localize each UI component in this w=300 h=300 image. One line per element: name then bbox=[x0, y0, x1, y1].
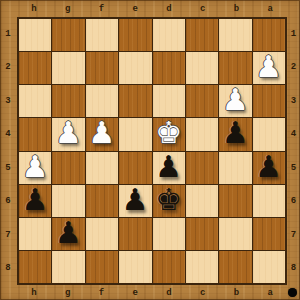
square-b2[interactable] bbox=[219, 52, 251, 84]
file-label-bottom-f: f bbox=[85, 288, 119, 298]
square-g2[interactable] bbox=[52, 52, 84, 84]
file-label-bottom-c: c bbox=[186, 288, 220, 298]
square-g7[interactable]: ♟ bbox=[52, 218, 84, 250]
rank-label-right-8: 8 bbox=[288, 252, 299, 286]
square-e5[interactable] bbox=[119, 152, 151, 184]
square-e4[interactable] bbox=[119, 118, 151, 150]
square-g6[interactable] bbox=[52, 185, 84, 217]
square-c2[interactable] bbox=[186, 52, 218, 84]
square-h4[interactable] bbox=[19, 118, 51, 150]
chess-board: ♟♟♟♟♚♟♟♟♟♟♟♚♟ bbox=[17, 17, 287, 285]
square-b3[interactable]: ♟ bbox=[219, 85, 251, 117]
rank-label-right-4: 4 bbox=[288, 118, 299, 152]
file-label-top-e: e bbox=[118, 4, 152, 14]
white-pawn[interactable]: ♟ bbox=[55, 118, 82, 148]
square-c6[interactable] bbox=[186, 185, 218, 217]
rank-label-right-7: 7 bbox=[288, 218, 299, 252]
file-label-top-h: h bbox=[17, 4, 51, 14]
rank-label-left-6: 6 bbox=[0, 185, 16, 219]
square-a4[interactable] bbox=[253, 118, 285, 150]
square-a7[interactable] bbox=[253, 218, 285, 250]
square-d5[interactable]: ♟ bbox=[153, 152, 185, 184]
square-a1[interactable] bbox=[253, 19, 285, 51]
rank-label-right-5: 5 bbox=[288, 151, 299, 185]
square-f7[interactable] bbox=[86, 218, 118, 250]
black-pawn[interactable]: ♟ bbox=[122, 185, 149, 215]
square-c3[interactable] bbox=[186, 85, 218, 117]
rank-label-right-6: 6 bbox=[288, 185, 299, 219]
square-a3[interactable] bbox=[253, 85, 285, 117]
rank-label-left-4: 4 bbox=[0, 118, 16, 152]
square-a6[interactable] bbox=[253, 185, 285, 217]
rank-label-right-3: 3 bbox=[288, 84, 299, 118]
square-c1[interactable] bbox=[186, 19, 218, 51]
square-d7[interactable] bbox=[153, 218, 185, 250]
file-label-top-f: f bbox=[85, 4, 119, 14]
square-h5[interactable]: ♟ bbox=[19, 152, 51, 184]
square-d4[interactable]: ♚ bbox=[153, 118, 185, 150]
file-label-bottom-g: g bbox=[51, 288, 85, 298]
square-d8[interactable] bbox=[153, 251, 185, 283]
black-pawn[interactable]: ♟ bbox=[222, 118, 249, 148]
square-e6[interactable]: ♟ bbox=[119, 185, 151, 217]
file-labels-top: hgfedcba bbox=[17, 1, 287, 16]
file-label-bottom-h: h bbox=[17, 288, 51, 298]
square-b4[interactable]: ♟ bbox=[219, 118, 251, 150]
black-pawn[interactable]: ♟ bbox=[22, 185, 49, 215]
file-label-bottom-b: b bbox=[220, 288, 254, 298]
square-d3[interactable] bbox=[153, 85, 185, 117]
white-pawn[interactable]: ♟ bbox=[22, 152, 49, 182]
square-h3[interactable] bbox=[19, 85, 51, 117]
square-b1[interactable] bbox=[219, 19, 251, 51]
rank-label-left-1: 1 bbox=[0, 17, 16, 51]
white-king[interactable]: ♚ bbox=[155, 118, 182, 148]
square-e7[interactable] bbox=[119, 218, 151, 250]
file-label-bottom-e: e bbox=[118, 288, 152, 298]
file-label-top-b: b bbox=[220, 4, 254, 14]
square-a8[interactable] bbox=[253, 251, 285, 283]
file-labels-bottom: hgfedcba bbox=[17, 286, 287, 299]
black-pawn[interactable]: ♟ bbox=[155, 152, 182, 182]
file-label-top-a: a bbox=[253, 4, 287, 14]
square-c4[interactable] bbox=[186, 118, 218, 150]
rank-label-left-5: 5 bbox=[0, 151, 16, 185]
white-pawn[interactable]: ♟ bbox=[88, 118, 115, 148]
square-b5[interactable] bbox=[219, 152, 251, 184]
file-label-top-g: g bbox=[51, 4, 85, 14]
square-f1[interactable] bbox=[86, 19, 118, 51]
square-f3[interactable] bbox=[86, 85, 118, 117]
board-frame: hgfedcba hgfedcba 12345678 12345678 ♟♟♟♟… bbox=[0, 0, 300, 300]
square-c8[interactable] bbox=[186, 251, 218, 283]
square-f2[interactable] bbox=[86, 52, 118, 84]
rank-label-left-3: 3 bbox=[0, 84, 16, 118]
square-g4[interactable]: ♟ bbox=[52, 118, 84, 150]
square-h6[interactable]: ♟ bbox=[19, 185, 51, 217]
square-g8[interactable] bbox=[52, 251, 84, 283]
square-a2[interactable]: ♟ bbox=[253, 52, 285, 84]
square-h1[interactable] bbox=[19, 19, 51, 51]
square-g3[interactable] bbox=[52, 85, 84, 117]
square-f5[interactable] bbox=[86, 152, 118, 184]
file-label-bottom-d: d bbox=[152, 288, 186, 298]
square-h7[interactable] bbox=[19, 218, 51, 250]
square-e8[interactable] bbox=[119, 251, 151, 283]
rank-label-left-2: 2 bbox=[0, 51, 16, 85]
square-d2[interactable] bbox=[153, 52, 185, 84]
square-b7[interactable] bbox=[219, 218, 251, 250]
square-c7[interactable] bbox=[186, 218, 218, 250]
square-d1[interactable] bbox=[153, 19, 185, 51]
side-to-move-indicator-black bbox=[288, 288, 297, 297]
square-e1[interactable] bbox=[119, 19, 151, 51]
rank-label-left-8: 8 bbox=[0, 252, 16, 286]
rank-label-right-2: 2 bbox=[288, 51, 299, 85]
square-h8[interactable] bbox=[19, 251, 51, 283]
square-f6[interactable] bbox=[86, 185, 118, 217]
square-e2[interactable] bbox=[119, 52, 151, 84]
black-pawn[interactable]: ♟ bbox=[255, 152, 282, 182]
square-b6[interactable] bbox=[219, 185, 251, 217]
square-f4[interactable]: ♟ bbox=[86, 118, 118, 150]
black-king[interactable]: ♚ bbox=[155, 185, 182, 215]
white-pawn[interactable]: ♟ bbox=[255, 52, 282, 82]
square-d6[interactable]: ♚ bbox=[153, 185, 185, 217]
square-g1[interactable] bbox=[52, 19, 84, 51]
white-pawn[interactable]: ♟ bbox=[222, 85, 249, 115]
file-label-bottom-a: a bbox=[253, 288, 287, 298]
square-g5[interactable] bbox=[52, 152, 84, 184]
square-e3[interactable] bbox=[119, 85, 151, 117]
square-c5[interactable] bbox=[186, 152, 218, 184]
square-f8[interactable] bbox=[86, 251, 118, 283]
black-pawn[interactable]: ♟ bbox=[55, 218, 82, 248]
square-h2[interactable] bbox=[19, 52, 51, 84]
rank-label-left-7: 7 bbox=[0, 218, 16, 252]
rank-label-right-1: 1 bbox=[288, 17, 299, 51]
rank-labels-left: 12345678 bbox=[0, 17, 16, 285]
file-label-top-c: c bbox=[186, 4, 220, 14]
file-label-top-d: d bbox=[152, 4, 186, 14]
square-b8[interactable] bbox=[219, 251, 251, 283]
rank-labels-right: 12345678 bbox=[288, 17, 299, 285]
square-a5[interactable]: ♟ bbox=[253, 152, 285, 184]
